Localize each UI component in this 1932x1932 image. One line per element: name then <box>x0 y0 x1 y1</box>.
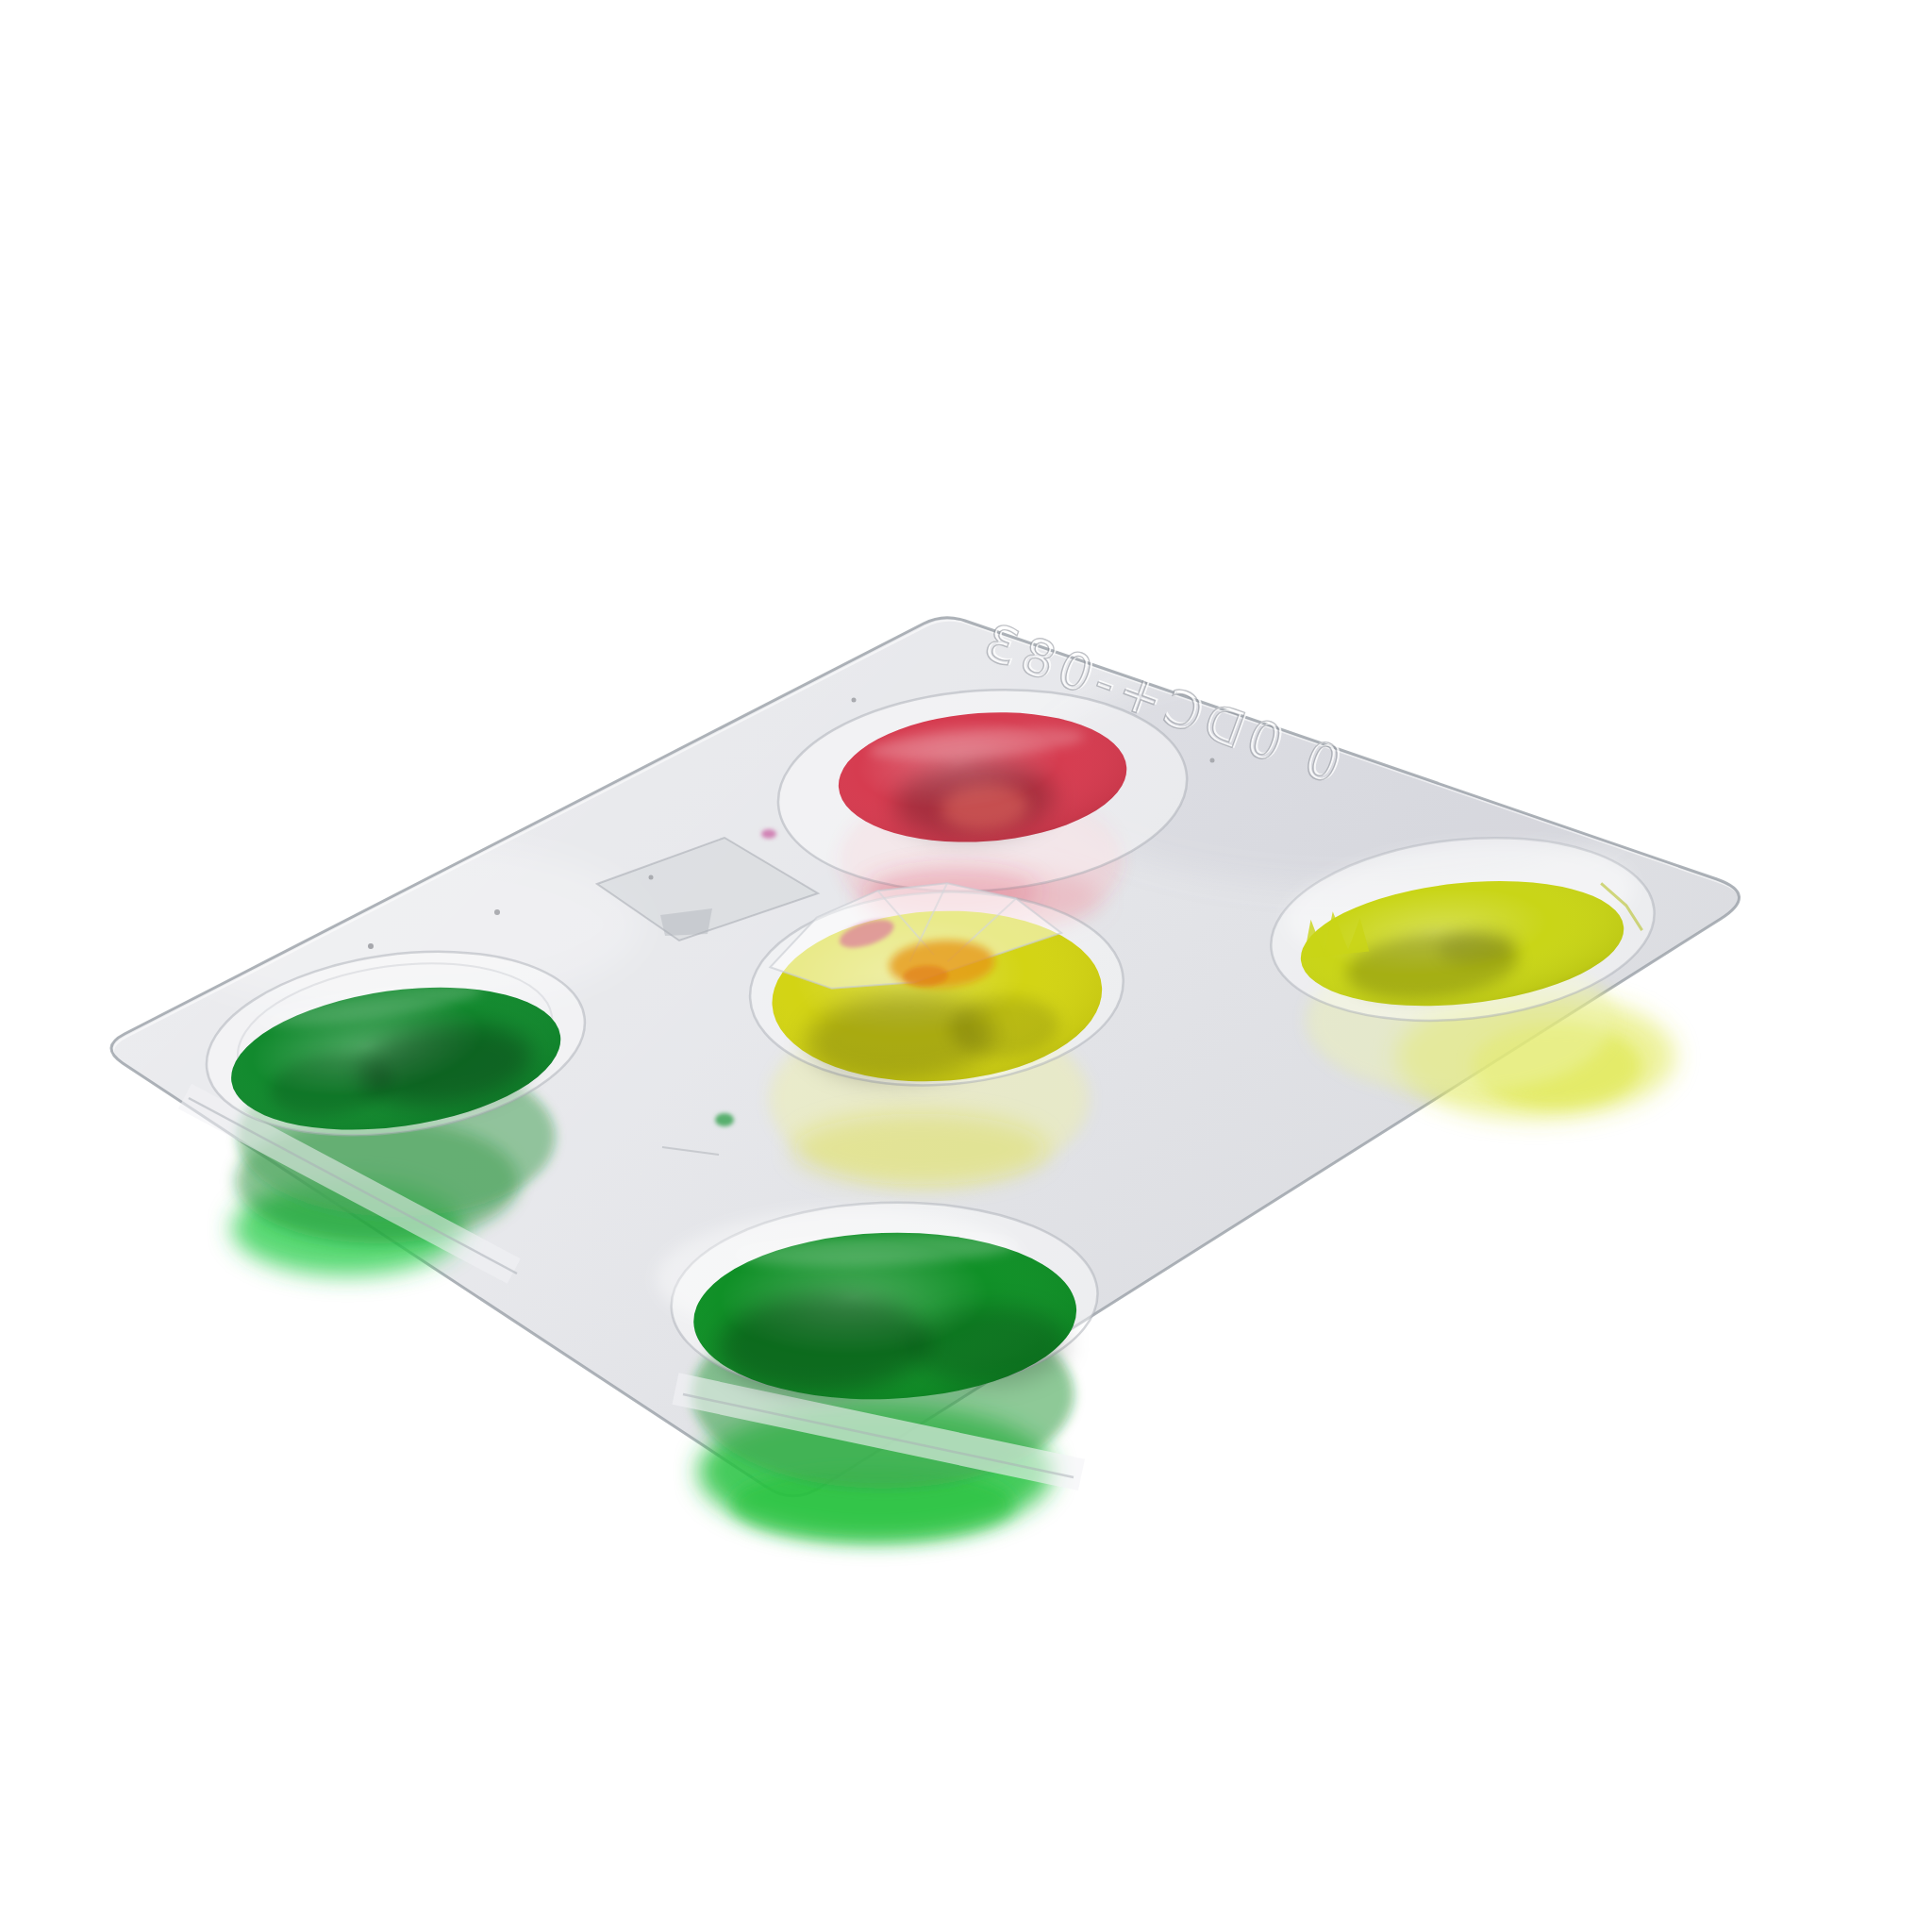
photo-canvas: 0 0DC+-083 0 0DC+-083 <box>0 0 1932 1932</box>
speck <box>1210 758 1215 763</box>
green-speck <box>715 1113 734 1126</box>
magenta-speck <box>761 829 776 839</box>
speck <box>649 875 654 880</box>
speck <box>852 698 857 703</box>
blister-tray-photo: 0 0DC+-083 0 0DC+-083 <box>0 0 1932 1932</box>
cup-yellow-center-glow <box>792 1113 1047 1185</box>
speck <box>368 943 374 949</box>
cup-green-bottom <box>654 1195 1101 1542</box>
speck <box>494 909 500 915</box>
